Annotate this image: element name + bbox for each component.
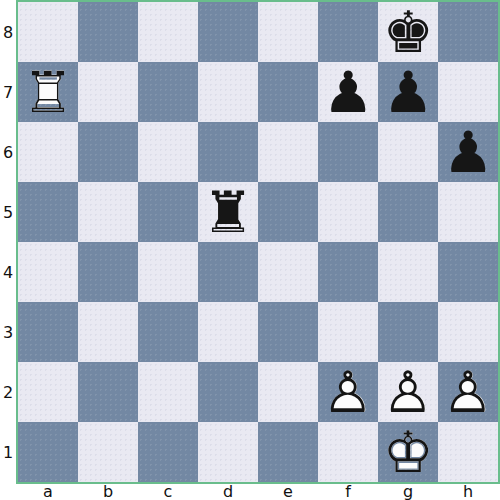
chessboard-screenshot: 87654321 ♚♜♖♟♟♟♜♟♙♟♙♟♙♚♔ abcdefgh [0,0,500,500]
white-pawn-outline-glyph: ♙ [378,362,438,422]
square-a6[interactable] [18,122,78,182]
square-b1[interactable] [78,422,138,482]
piece-black-pawn[interactable]: ♟ [318,62,378,122]
square-e6[interactable] [258,122,318,182]
square-c1[interactable] [138,422,198,482]
square-b6[interactable] [78,122,138,182]
white-pawn-glyph: ♟ [438,362,498,422]
piece-black-rook[interactable]: ♜ [198,182,258,242]
file-label-b: b [78,483,138,500]
file-label-g: g [378,483,438,500]
square-b7[interactable] [78,62,138,122]
square-c7[interactable] [138,62,198,122]
black-king-glyph: ♚ [378,2,438,62]
square-b5[interactable] [78,182,138,242]
rank-label-5: 5 [0,182,16,242]
square-b4[interactable] [78,242,138,302]
square-a2[interactable] [18,362,78,422]
rank-label-2: 2 [0,362,16,422]
square-d7[interactable] [198,62,258,122]
square-d4[interactable] [198,242,258,302]
square-g2[interactable]: ♟♙ [378,362,438,422]
white-pawn-outline-glyph: ♙ [318,362,378,422]
black-rook-glyph: ♜ [198,182,258,242]
black-pawn-glyph: ♟ [378,62,438,122]
square-d5[interactable]: ♜ [198,182,258,242]
square-a5[interactable] [18,182,78,242]
square-f5[interactable] [318,182,378,242]
square-g3[interactable] [378,302,438,362]
square-f7[interactable]: ♟ [318,62,378,122]
square-a4[interactable] [18,242,78,302]
black-pawn-glyph: ♟ [318,62,378,122]
piece-black-pawn[interactable]: ♟ [378,62,438,122]
square-b2[interactable] [78,362,138,422]
rank-labels: 87654321 [0,2,16,482]
square-f1[interactable] [318,422,378,482]
board-grid: ♚♜♖♟♟♟♜♟♙♟♙♟♙♚♔ [18,2,498,482]
square-d2[interactable] [198,362,258,422]
square-e5[interactable] [258,182,318,242]
piece-black-pawn[interactable]: ♟ [438,122,498,182]
square-g5[interactable] [378,182,438,242]
file-label-d: d [198,483,258,500]
square-h4[interactable] [438,242,498,302]
square-e8[interactable] [258,2,318,62]
white-rook-glyph: ♜ [18,62,78,122]
black-pawn-glyph: ♟ [438,122,498,182]
piece-white-king[interactable]: ♚♔ [378,422,438,482]
piece-white-rook[interactable]: ♜♖ [18,62,78,122]
rank-label-3: 3 [0,302,16,362]
file-label-f: f [318,483,378,500]
square-h5[interactable] [438,182,498,242]
square-f8[interactable] [318,2,378,62]
square-e3[interactable] [258,302,318,362]
white-king-outline-glyph: ♔ [378,422,438,482]
square-f4[interactable] [318,242,378,302]
file-label-a: a [18,483,78,500]
square-g4[interactable] [378,242,438,302]
square-h2[interactable]: ♟♙ [438,362,498,422]
square-c8[interactable] [138,2,198,62]
square-d8[interactable] [198,2,258,62]
square-c4[interactable] [138,242,198,302]
square-g1[interactable]: ♚♔ [378,422,438,482]
piece-white-pawn[interactable]: ♟♙ [318,362,378,422]
square-h8[interactable] [438,2,498,62]
rank-label-7: 7 [0,62,16,122]
white-king-glyph: ♚ [378,422,438,482]
square-h1[interactable] [438,422,498,482]
square-b8[interactable] [78,2,138,62]
square-a8[interactable] [18,2,78,62]
square-a1[interactable] [18,422,78,482]
square-e7[interactable] [258,62,318,122]
square-h7[interactable] [438,62,498,122]
square-d6[interactable] [198,122,258,182]
white-pawn-glyph: ♟ [318,362,378,422]
white-rook-outline-glyph: ♖ [18,62,78,122]
square-g7[interactable]: ♟ [378,62,438,122]
piece-white-pawn[interactable]: ♟♙ [438,362,498,422]
rank-label-4: 4 [0,242,16,302]
square-c2[interactable] [138,362,198,422]
white-pawn-glyph: ♟ [378,362,438,422]
square-f6[interactable] [318,122,378,182]
rank-label-8: 8 [0,2,16,62]
square-b3[interactable] [78,302,138,362]
white-pawn-outline-glyph: ♙ [438,362,498,422]
square-h3[interactable] [438,302,498,362]
square-d3[interactable] [198,302,258,362]
square-h6[interactable]: ♟ [438,122,498,182]
square-g6[interactable] [378,122,438,182]
file-label-h: h [438,483,498,500]
chess-board: ♚♜♖♟♟♟♜♟♙♟♙♟♙♚♔ [16,0,500,484]
square-e2[interactable] [258,362,318,422]
square-e4[interactable] [258,242,318,302]
square-a3[interactable] [18,302,78,362]
file-labels: abcdefgh [18,483,498,500]
square-f2[interactable]: ♟♙ [318,362,378,422]
square-d1[interactable] [198,422,258,482]
piece-black-king[interactable]: ♚ [378,2,438,62]
piece-white-pawn[interactable]: ♟♙ [378,362,438,422]
square-c6[interactable] [138,122,198,182]
square-c5[interactable] [138,182,198,242]
rank-label-1: 1 [0,422,16,482]
square-a7[interactable]: ♜♖ [18,62,78,122]
square-f3[interactable] [318,302,378,362]
square-c3[interactable] [138,302,198,362]
rank-label-6: 6 [0,122,16,182]
square-g8[interactable]: ♚ [378,2,438,62]
file-label-c: c [138,483,198,500]
square-e1[interactable] [258,422,318,482]
file-label-e: e [258,483,318,500]
